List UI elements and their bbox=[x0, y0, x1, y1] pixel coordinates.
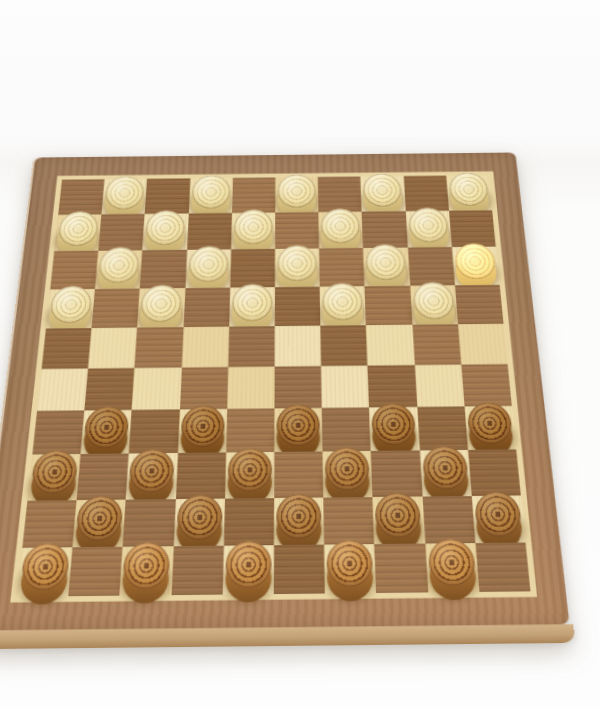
square-r3c7 bbox=[319, 248, 365, 286]
piece-brown-r7c8 bbox=[372, 404, 417, 446]
piece-top-face bbox=[231, 284, 272, 322]
square-r1c3 bbox=[145, 178, 190, 214]
piece-cream-r4c1 bbox=[49, 286, 93, 324]
square-r3c6 bbox=[275, 249, 320, 287]
square-r3c9 bbox=[407, 247, 454, 285]
piece-top-face bbox=[322, 283, 364, 321]
piece-brown-r9c2 bbox=[76, 495, 124, 541]
square-r8c7 bbox=[323, 451, 373, 497]
piece-brown-r8c7 bbox=[325, 448, 370, 492]
square-r6c6 bbox=[274, 366, 321, 409]
square-r2c8 bbox=[362, 211, 408, 248]
piece-cream-r1c10 bbox=[448, 172, 490, 206]
piece-cream-r4c7 bbox=[322, 283, 364, 321]
square-r4c2 bbox=[92, 288, 140, 328]
square-r3c5 bbox=[230, 249, 275, 287]
square-r6c10 bbox=[461, 364, 512, 407]
square-r2c9 bbox=[405, 211, 451, 248]
piece-brown-r10c9 bbox=[427, 539, 476, 587]
piece-brown-r9c6 bbox=[276, 493, 321, 539]
piece-cream-r3c4 bbox=[187, 246, 228, 283]
piece-brown-r8c9 bbox=[422, 447, 469, 491]
square-r6c5 bbox=[227, 367, 275, 410]
piece-cream-r1c2 bbox=[104, 176, 145, 210]
piece-cream-r1c4 bbox=[191, 175, 231, 209]
square-r4c8 bbox=[365, 285, 412, 325]
square-r9c5 bbox=[224, 498, 274, 546]
square-r3c1 bbox=[50, 251, 98, 289]
square-r3c4 bbox=[185, 250, 231, 288]
piece-cream-r3c10 bbox=[454, 244, 497, 281]
piece-cream-r2c7 bbox=[321, 209, 361, 244]
square-r8c2 bbox=[77, 454, 129, 500]
piece-brown-r10c1 bbox=[20, 543, 70, 591]
piece-cream-r1c8 bbox=[363, 173, 403, 207]
square-r10c4 bbox=[171, 545, 224, 595]
piece-brown-r9c4 bbox=[176, 494, 222, 540]
piece-cream-r3c2 bbox=[98, 247, 141, 284]
square-r7c5 bbox=[226, 409, 275, 453]
square-r7c1 bbox=[32, 411, 84, 455]
square-r1c7 bbox=[318, 177, 362, 213]
square-r7c9 bbox=[417, 407, 468, 451]
square-r8c6 bbox=[274, 452, 323, 498]
square-r9c7 bbox=[323, 497, 374, 545]
square-r7c8 bbox=[369, 407, 419, 451]
piece-top-face bbox=[276, 493, 321, 539]
square-r1c8 bbox=[361, 176, 406, 212]
piece-brown-r9c10 bbox=[474, 491, 523, 537]
square-r5c3 bbox=[135, 327, 183, 368]
square-r9c1 bbox=[22, 500, 76, 548]
piece-cream-r2c9 bbox=[407, 208, 449, 243]
piece-brown-r7c10 bbox=[466, 403, 513, 445]
square-r6c4 bbox=[179, 367, 228, 410]
piece-brown-r9c8 bbox=[375, 492, 422, 538]
piece-brown-r7c4 bbox=[180, 405, 225, 447]
square-r4c7 bbox=[320, 286, 366, 326]
square-r6c1 bbox=[37, 368, 88, 411]
square-r4c6 bbox=[275, 286, 321, 326]
square-r9c6 bbox=[274, 497, 324, 545]
square-r2c4 bbox=[187, 213, 232, 250]
square-r6c9 bbox=[414, 365, 464, 408]
square-r7c3 bbox=[129, 410, 179, 454]
square-r2c10 bbox=[449, 210, 496, 247]
square-r10c2 bbox=[68, 546, 123, 596]
piece-brown-r8c5 bbox=[227, 449, 272, 493]
square-r8c3 bbox=[126, 453, 177, 499]
square-r9c2 bbox=[73, 499, 126, 547]
square-r10c10 bbox=[475, 542, 530, 592]
square-r10c1 bbox=[17, 547, 73, 597]
photo-backdrop bbox=[0, 0, 600, 708]
piece-cream-r4c9 bbox=[412, 282, 455, 320]
piece-brown-r8c3 bbox=[129, 450, 175, 494]
square-r10c6 bbox=[274, 544, 325, 594]
square-r2c6 bbox=[275, 212, 319, 249]
piece-cream-r4c5 bbox=[231, 284, 272, 322]
piece-cream-r4c3 bbox=[140, 285, 183, 323]
square-r1c6 bbox=[275, 177, 318, 213]
square-r5c7 bbox=[320, 325, 367, 366]
square-r9c10 bbox=[471, 495, 525, 543]
piece-cream-r3c6 bbox=[277, 246, 317, 283]
square-r3c2 bbox=[95, 251, 142, 289]
square-r6c3 bbox=[132, 368, 181, 411]
square-r10c9 bbox=[425, 543, 479, 593]
square-r7c2 bbox=[81, 410, 132, 454]
square-r5c9 bbox=[412, 324, 461, 365]
square-r3c10 bbox=[452, 247, 500, 285]
piece-brown-r10c3 bbox=[123, 542, 171, 590]
square-r10c8 bbox=[375, 543, 428, 593]
square-r10c7 bbox=[324, 544, 376, 594]
square-r4c3 bbox=[137, 288, 185, 328]
square-r5c5 bbox=[228, 326, 275, 367]
square-r6c7 bbox=[321, 366, 369, 409]
square-r2c2 bbox=[98, 214, 145, 251]
square-r2c7 bbox=[319, 212, 364, 249]
board-playfield bbox=[10, 171, 537, 602]
square-r4c9 bbox=[410, 285, 458, 325]
square-r1c9 bbox=[403, 176, 448, 212]
piece-brown-r10c7 bbox=[327, 540, 374, 588]
square-r2c3 bbox=[143, 214, 189, 251]
square-r8c1 bbox=[27, 454, 80, 500]
piece-cream-r2c3 bbox=[145, 211, 186, 246]
square-r3c8 bbox=[363, 248, 409, 286]
piece-top-face bbox=[375, 492, 422, 538]
piece-brown-r7c2 bbox=[84, 406, 130, 448]
square-r1c2 bbox=[102, 179, 148, 215]
square-r5c1 bbox=[42, 328, 92, 369]
square-r8c9 bbox=[419, 450, 471, 496]
square-r4c1 bbox=[46, 289, 95, 329]
board-tilt-plane bbox=[0, 153, 570, 631]
square-r5c2 bbox=[88, 327, 137, 368]
square-r3c3 bbox=[140, 250, 187, 288]
square-r1c4 bbox=[188, 178, 232, 214]
square-r7c7 bbox=[322, 408, 371, 452]
square-r8c4 bbox=[175, 453, 225, 499]
square-r5c6 bbox=[275, 326, 322, 367]
board-perspective-wrap bbox=[35, 153, 520, 658]
square-r7c6 bbox=[274, 408, 322, 452]
square-r6c8 bbox=[368, 365, 417, 408]
square-r9c9 bbox=[422, 496, 475, 544]
board-grid bbox=[17, 175, 530, 596]
square-r8c10 bbox=[468, 450, 521, 496]
square-r4c10 bbox=[455, 285, 504, 325]
square-r10c3 bbox=[120, 546, 174, 596]
square-r9c8 bbox=[373, 496, 425, 544]
square-r9c3 bbox=[123, 499, 175, 547]
draughts-board bbox=[0, 153, 570, 631]
square-r8c5 bbox=[225, 452, 275, 498]
square-r6c2 bbox=[85, 368, 135, 411]
square-r7c4 bbox=[177, 409, 226, 453]
square-r7c10 bbox=[464, 406, 516, 450]
square-r8c8 bbox=[371, 451, 422, 497]
piece-brown-r10c5 bbox=[225, 541, 271, 589]
square-r1c5 bbox=[232, 177, 276, 213]
board-edge-bevel bbox=[0, 624, 575, 649]
square-r9c4 bbox=[173, 498, 224, 546]
square-r4c5 bbox=[229, 287, 275, 327]
square-r5c10 bbox=[458, 324, 508, 365]
square-r1c10 bbox=[446, 175, 492, 211]
piece-cream-r1c6 bbox=[277, 174, 316, 208]
square-r5c8 bbox=[366, 325, 414, 366]
square-r4c4 bbox=[183, 287, 230, 327]
piece-brown-r8c1 bbox=[30, 451, 78, 495]
square-r10c5 bbox=[222, 545, 274, 595]
square-r5c4 bbox=[181, 326, 229, 367]
piece-cream-r2c1 bbox=[57, 211, 100, 246]
square-r2c5 bbox=[231, 213, 275, 250]
piece-cream-r3c8 bbox=[365, 245, 407, 282]
piece-cream-r2c5 bbox=[233, 210, 273, 245]
piece-brown-r7c6 bbox=[277, 405, 320, 447]
square-r2c1 bbox=[54, 214, 101, 251]
square-r1c1 bbox=[58, 179, 104, 215]
